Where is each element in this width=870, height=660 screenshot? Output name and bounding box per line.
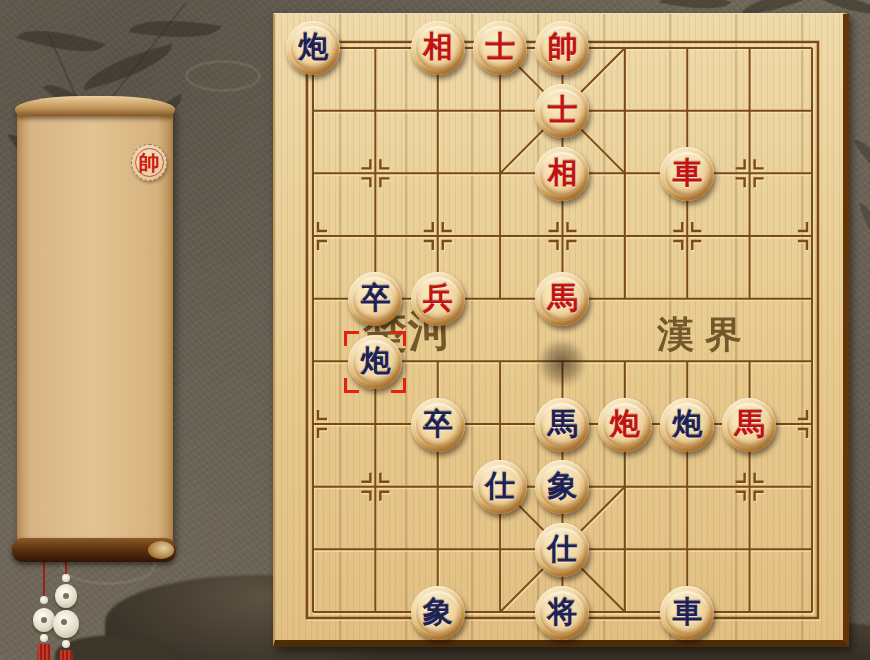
piece-character: 炮 <box>298 32 328 62</box>
player-panel-scroll: 帥 局时: 03-38 读秒: 30 <box>15 96 177 660</box>
selection-corner-bracket <box>391 378 406 393</box>
xiangqi-piece-red-士[interactable]: 士 <box>535 84 589 138</box>
xiangqi-piece-red-相[interactable]: 相 <box>411 21 465 75</box>
xiangqi-piece-black-炮[interactable]: 炮 <box>286 21 340 75</box>
xiangqi-piece-red-車[interactable]: 車 <box>660 147 714 201</box>
piece-character: 車 <box>672 597 702 627</box>
selection-corner-bracket <box>344 331 359 346</box>
xiangqi-piece-black-炮[interactable]: 炮 <box>348 335 402 389</box>
piece-character: 馬 <box>547 409 577 439</box>
piece-character: 帥 <box>547 32 577 62</box>
piece-character: 相 <box>423 32 453 62</box>
xiangqi-piece-red-相[interactable]: 相 <box>535 147 589 201</box>
cloud-swirl <box>185 60 261 92</box>
xiangqi-piece-black-仕[interactable]: 仕 <box>535 523 589 577</box>
piece-character: 将 <box>547 597 577 627</box>
xiangqi-piece-black-象[interactable]: 象 <box>535 460 589 514</box>
pieces-layer: 炮相士帥士相車卒兵馬炮卒馬炮炮馬仕象仕象将車 <box>282 17 843 644</box>
app-window: 帥 局时: 03-38 读秒: 30 <box>0 0 870 660</box>
xiangqi-piece-black-仕[interactable]: 仕 <box>473 460 527 514</box>
piece-character: 炮 <box>360 346 390 376</box>
piece-character: 馬 <box>547 283 577 313</box>
piece-character: 象 <box>547 471 577 501</box>
piece-character: 相 <box>547 158 577 188</box>
piece-character: 馬 <box>734 409 764 439</box>
selection-corner-bracket <box>391 331 406 346</box>
selection-corner-bracket <box>344 378 359 393</box>
xiangqi-piece-black-炮[interactable]: 炮 <box>660 398 714 452</box>
piece-character: 士 <box>485 32 515 62</box>
piece-character: 炮 <box>610 409 640 439</box>
piece-character: 炮 <box>672 409 702 439</box>
piece-character: 車 <box>672 158 702 188</box>
piece-character: 象 <box>423 597 453 627</box>
xiangqi-piece-black-車[interactable]: 車 <box>660 586 714 640</box>
xiangqi-piece-red-兵[interactable]: 兵 <box>411 272 465 326</box>
xiangqi-piece-black-馬[interactable]: 馬 <box>535 398 589 452</box>
piece-character: 仕 <box>485 471 515 501</box>
red-general-badge: 帥 <box>131 144 167 181</box>
piece-character: 士 <box>547 95 577 125</box>
xiangqi-piece-black-卒[interactable]: 卒 <box>348 272 402 326</box>
xiangqi-piece-black-卒[interactable]: 卒 <box>411 398 465 452</box>
xiangqi-piece-red-士[interactable]: 士 <box>473 21 527 75</box>
xiangqi-piece-red-帥[interactable]: 帥 <box>535 21 589 75</box>
xiangqi-piece-red-炮[interactable]: 炮 <box>598 398 652 452</box>
xiangqi-piece-black-象[interactable]: 象 <box>411 586 465 640</box>
xiangqi-piece-red-馬[interactable]: 馬 <box>535 272 589 326</box>
piece-character: 兵 <box>423 283 453 313</box>
xiangqi-piece-black-将[interactable]: 将 <box>535 586 589 640</box>
xiangqi-board[interactable]: 楚河 漢界 炮相士帥士相車卒兵馬炮卒馬炮炮馬仕象仕象将車 <box>273 13 849 647</box>
piece-character: 仕 <box>547 534 577 564</box>
red-general-badge-char: 帥 <box>135 148 164 177</box>
xiangqi-piece-red-馬[interactable]: 馬 <box>722 398 776 452</box>
piece-character: 卒 <box>360 283 390 313</box>
piece-character: 卒 <box>423 409 453 439</box>
scroll-bottom-roll <box>12 538 176 562</box>
scroll-top-curl <box>15 96 175 116</box>
